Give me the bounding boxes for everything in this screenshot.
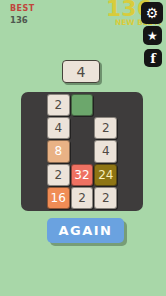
- tile-2: 2: [94, 117, 117, 139]
- tile-32: 32: [71, 164, 94, 186]
- tile-2: 2: [47, 164, 70, 186]
- tile-2: 2: [47, 94, 70, 116]
- empty-cell: [118, 164, 141, 186]
- best-score-block: BEST 136: [10, 4, 35, 25]
- next-tile-preview: 4: [62, 60, 100, 83]
- tile-16: 16: [47, 187, 70, 209]
- empty-cell: [71, 117, 94, 139]
- empty-cell: [118, 94, 141, 116]
- tile-24: 24: [94, 164, 117, 186]
- facebook-icon[interactable]: f: [144, 49, 162, 67]
- best-label: BEST: [10, 4, 35, 14]
- drop-indicator-cell: [71, 94, 94, 116]
- empty-cell: [71, 140, 94, 162]
- game-screen: BEST 136 136 NEW BEST! ⚙ ★ f 4 242842322…: [0, 0, 166, 296]
- empty-cell: [23, 187, 46, 209]
- tile-2: 2: [94, 187, 117, 209]
- settings-gear-icon[interactable]: ⚙: [141, 2, 163, 24]
- empty-cell: [94, 94, 117, 116]
- board-grid[interactable]: 24284232241622: [21, 92, 143, 211]
- best-value: 136: [10, 15, 35, 25]
- tile-4: 4: [47, 117, 70, 139]
- empty-cell: [118, 140, 141, 162]
- empty-cell: [118, 117, 141, 139]
- rate-star-icon[interactable]: ★: [143, 26, 162, 45]
- empty-cell: [23, 117, 46, 139]
- tile-2: 2: [71, 187, 94, 209]
- empty-cell: [118, 187, 141, 209]
- tile-8: 8: [47, 140, 70, 162]
- empty-cell: [23, 164, 46, 186]
- empty-cell: [23, 140, 46, 162]
- again-button[interactable]: AGAIN: [47, 218, 124, 243]
- tile-4: 4: [94, 140, 117, 162]
- empty-cell: [23, 94, 46, 116]
